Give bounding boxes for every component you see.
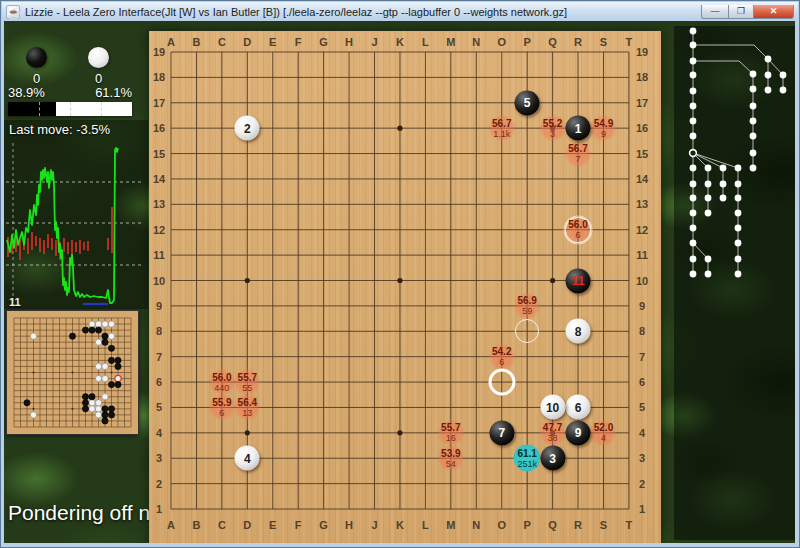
tree-node[interactable] [705, 195, 712, 202]
thumb-stone [82, 400, 88, 406]
coord-col-G: G [319, 519, 328, 531]
thumb-stone [24, 400, 30, 406]
variation-ring-P8[interactable] [515, 319, 539, 343]
winrate-bar-black [8, 102, 56, 116]
coord-col-C: C [218, 36, 226, 48]
coord-row-14: 14 [153, 173, 165, 185]
analysis-D5[interactable]: 56.413 [234, 394, 261, 421]
thumb-stone [30, 412, 36, 418]
variation-tree-panel[interactable] [674, 26, 795, 540]
coord-col-K: K [396, 36, 404, 48]
analysis-O7[interactable]: 54.26 [488, 343, 515, 370]
coord-col-Q: Q [548, 36, 557, 48]
coord-col-T: T [626, 519, 633, 531]
coord-col-D: D [243, 519, 251, 531]
star-point [245, 278, 250, 283]
thumb-stone [89, 321, 95, 327]
winrate-bar [8, 102, 132, 116]
thumb-stone [95, 321, 101, 327]
coord-col-P: P [523, 519, 530, 531]
tree-node[interactable] [690, 72, 697, 79]
go-board[interactable]: AABBCCDDEEFFGGHHJJKKLLMMNNOOPPQQRRSSTT19… [149, 31, 661, 543]
tree-node[interactable] [690, 165, 697, 172]
coord-col-K: K [396, 519, 404, 531]
thumb-stone [108, 406, 114, 412]
last-move-label: Last move: -3.5% [9, 122, 110, 137]
tree-node-current[interactable] [690, 150, 697, 157]
stone-P17[interactable]: 5 [515, 90, 540, 115]
tree-node[interactable] [690, 42, 697, 49]
coord-col-S: S [600, 519, 607, 531]
window-controls: — ❐ ✕ [701, 5, 794, 19]
main-content: 0 0 38.9% 61.1% Last move: -3.5% 11 [4, 21, 795, 543]
coord-row-11: 11 [636, 249, 648, 261]
coord-row-13: 13 [636, 198, 648, 210]
thumb-stone [108, 345, 114, 351]
thumb-stone [82, 406, 88, 412]
tree-node[interactable] [735, 271, 742, 278]
star-point [397, 278, 402, 283]
coord-row-12: 12 [636, 224, 648, 236]
analysis-M3[interactable]: 53.954 [437, 445, 464, 472]
analysis-S4[interactable]: 52.04 [590, 419, 617, 446]
window-title: Lizzie - Leela Zero Interface(Jlt [W] vs… [25, 6, 697, 18]
winrate-tick-75 [101, 102, 102, 116]
thumb-stone [102, 363, 108, 369]
coord-row-2: 2 [639, 478, 645, 490]
coord-row-1: 1 [156, 503, 162, 515]
tree-node[interactable] [690, 210, 697, 217]
coord-row-15: 15 [636, 148, 648, 160]
tree-node[interactable] [750, 133, 757, 140]
tree-node[interactable] [750, 71, 757, 78]
thumb-stone [69, 333, 75, 339]
tree-node[interactable] [780, 72, 787, 79]
coord-col-S: S [600, 36, 607, 48]
thumb-stone [89, 400, 95, 406]
thumb-stone [102, 394, 108, 400]
coord-col-E: E [269, 36, 276, 48]
thumb-stone [95, 363, 101, 369]
thumb-stone [108, 412, 114, 418]
analysis-R15[interactable]: 56.77 [565, 140, 592, 167]
coord-col-M: M [446, 519, 455, 531]
analysis-S16[interactable]: 54.99 [590, 115, 617, 142]
tree-node[interactable] [735, 210, 742, 217]
tree-node[interactable] [750, 150, 757, 157]
coord-row-17: 17 [636, 97, 648, 109]
thumb-stone [102, 321, 108, 327]
coord-col-J: J [371, 36, 377, 48]
minimize-button[interactable]: — [701, 5, 728, 19]
coord-col-N: N [472, 519, 480, 531]
coord-col-F: F [295, 519, 302, 531]
thumb-stone [95, 327, 101, 333]
coord-col-H: H [345, 36, 353, 48]
thumb-stone [102, 375, 108, 381]
stone-R16[interactable]: 1 [566, 116, 591, 141]
coord-col-M: M [446, 36, 455, 48]
coord-row-19: 19 [636, 46, 648, 58]
tree-node[interactable] [690, 271, 697, 278]
coord-row-15: 15 [153, 148, 165, 160]
stone-R10[interactable]: 11 [566, 268, 591, 293]
coord-row-6: 6 [156, 376, 162, 388]
analysis-C5[interactable]: 55.96 [208, 394, 235, 421]
coord-row-1: 1 [639, 503, 645, 515]
coord-row-13: 13 [153, 198, 165, 210]
tree-node[interactable] [735, 256, 742, 263]
coord-col-N: N [472, 36, 480, 48]
coord-row-4: 4 [156, 427, 162, 439]
star-point [397, 126, 402, 131]
coord-row-18: 18 [153, 71, 165, 83]
coord-row-17: 17 [153, 97, 165, 109]
tree-node[interactable] [705, 271, 712, 278]
winrate-tick-50 [70, 102, 71, 116]
white-winrate-label: 61.1% [95, 85, 132, 100]
thumb-stone [82, 394, 88, 400]
black-winrate-label: 38.9% [8, 85, 45, 100]
tree-node[interactable] [735, 195, 742, 202]
tree-node[interactable] [735, 165, 742, 172]
thumb-stone [102, 333, 108, 339]
coord-col-E: E [269, 519, 276, 531]
stone-D3[interactable]: 4 [235, 446, 260, 471]
coord-row-10: 10 [153, 275, 165, 287]
analysis-R12[interactable]: 56.06 [565, 216, 592, 243]
analysis-Q4[interactable]: 47.738 [539, 419, 566, 446]
coord-row-3: 3 [156, 452, 162, 464]
thumbnail-board[interactable] [6, 310, 139, 435]
coord-row-7: 7 [639, 351, 645, 363]
coord-col-P: P [523, 36, 530, 48]
tree-node[interactable] [720, 165, 727, 172]
coord-row-6: 6 [639, 376, 645, 388]
thumb-stone [115, 375, 121, 381]
thumb-stone [95, 339, 101, 345]
coord-col-R: R [574, 519, 582, 531]
coord-row-16: 16 [636, 122, 648, 134]
thumb-stone [108, 357, 114, 363]
tree-node[interactable] [765, 87, 772, 94]
tree-node[interactable] [705, 256, 712, 263]
coord-col-T: T [626, 36, 633, 48]
thumbnail-board-plot [7, 311, 138, 434]
thumb-stone [108, 333, 114, 339]
star-point [550, 278, 555, 283]
tree-node[interactable] [750, 86, 757, 93]
tree-node[interactable] [690, 88, 697, 95]
thumb-stone [95, 406, 101, 412]
winrate-graph[interactable]: 11 [4, 141, 148, 309]
coord-row-3: 3 [639, 452, 645, 464]
thumb-stone [82, 327, 88, 333]
app-icon: ☕ [6, 5, 20, 19]
coord-col-Q: Q [548, 519, 557, 531]
coord-col-D: D [243, 36, 251, 48]
tree-node[interactable] [690, 28, 697, 35]
tree-node[interactable] [765, 56, 772, 63]
tree-node[interactable] [690, 195, 697, 202]
tree-node[interactable] [735, 225, 742, 232]
thumb-stone [115, 382, 121, 388]
black-captures: 0 [26, 71, 47, 86]
white-captures: 0 [88, 71, 109, 86]
star-point [245, 430, 250, 435]
tree-node[interactable] [690, 225, 697, 232]
tree-node[interactable] [720, 195, 727, 202]
tree-node[interactable] [705, 165, 712, 172]
coord-col-J: J [371, 519, 377, 531]
winrate-graph-plot [4, 141, 148, 309]
coord-row-16: 16 [153, 122, 165, 134]
coord-row-8: 8 [156, 325, 162, 337]
tree-node[interactable] [690, 133, 697, 140]
thumb-stone [95, 400, 101, 406]
tree-node[interactable] [735, 240, 742, 247]
thumb-stone [89, 394, 95, 400]
tree-node[interactable] [720, 181, 727, 188]
thumb-stone [95, 375, 101, 381]
coord-col-C: C [218, 519, 226, 531]
coord-col-L: L [422, 519, 429, 531]
coord-col-O: O [497, 519, 506, 531]
coord-row-4: 4 [639, 427, 645, 439]
tree-node[interactable] [690, 103, 697, 110]
thumb-stone [30, 333, 36, 339]
thumb-stone [108, 321, 114, 327]
thumb-stone [89, 406, 95, 412]
stone-R5[interactable]: 6 [566, 395, 591, 420]
winrate-tick-25 [39, 102, 40, 116]
thumb-stone [102, 412, 108, 418]
analysis-P3[interactable]: 61.1251k [514, 445, 541, 472]
coord-col-R: R [574, 36, 582, 48]
tree-node[interactable] [735, 181, 742, 188]
stone-O4[interactable]: 7 [489, 420, 514, 445]
coord-row-10: 10 [636, 275, 648, 287]
tree-node[interactable] [750, 165, 757, 172]
stats-panel: 0 0 38.9% 61.1% Last move: -3.5% 11 [4, 21, 148, 543]
analysis-M4[interactable]: 55.716 [437, 419, 464, 446]
coord-col-O: O [497, 36, 506, 48]
tree-node[interactable] [690, 58, 697, 65]
tree-node[interactable] [765, 72, 772, 79]
stone-D16[interactable]: 2 [235, 116, 260, 141]
coord-row-19: 19 [153, 46, 165, 58]
tree-node[interactable] [690, 181, 697, 188]
maximize-button[interactable]: ❐ [728, 5, 754, 19]
analysis-O16[interactable]: 56.71.1k [488, 115, 515, 142]
last-move-strip: Last move: -3.5% [4, 120, 148, 141]
black-stone-icon [26, 47, 47, 68]
analysis-Q16[interactable]: 55.23 [539, 115, 566, 142]
stone-R8[interactable]: 8 [566, 319, 591, 344]
thumb-stone [115, 363, 121, 369]
white-stone-icon [88, 47, 109, 68]
thumb-stone [89, 327, 95, 333]
coord-row-5: 5 [156, 401, 162, 413]
coord-col-B: B [192, 36, 200, 48]
tree-node[interactable] [750, 103, 757, 110]
tree-node[interactable] [705, 181, 712, 188]
coord-row-9: 9 [156, 300, 162, 312]
coord-col-F: F [295, 36, 302, 48]
coord-row-5: 5 [639, 401, 645, 413]
tree-node[interactable] [690, 240, 697, 247]
coord-row-8: 8 [639, 325, 645, 337]
coord-col-A: A [167, 519, 175, 531]
lizzie-window: ☕ Lizzie - Leela Zero Interface(Jlt [W] … [0, 0, 800, 548]
variation-ring-O6[interactable] [488, 369, 515, 396]
coord-row-14: 14 [636, 173, 648, 185]
coord-row-2: 2 [156, 478, 162, 490]
coord-col-L: L [422, 36, 429, 48]
thumb-stone [102, 339, 108, 345]
coord-row-7: 7 [156, 351, 162, 363]
tree-node[interactable] [705, 210, 712, 217]
analysis-D6[interactable]: 55.755 [234, 369, 261, 396]
tree-node[interactable] [690, 256, 697, 263]
thumb-stone [95, 412, 101, 418]
coord-col-A: A [167, 36, 175, 48]
stone-R4[interactable]: 9 [566, 420, 591, 445]
analysis-P9[interactable]: 56.959 [514, 292, 541, 319]
coord-col-G: G [319, 36, 328, 48]
coord-row-12: 12 [153, 224, 165, 236]
coord-row-9: 9 [639, 300, 645, 312]
thumb-stone [108, 382, 114, 388]
variation-tree-plot [674, 26, 795, 540]
star-point [397, 430, 402, 435]
coord-col-H: H [345, 519, 353, 531]
thumb-stone [102, 406, 108, 412]
coord-col-B: B [192, 519, 200, 531]
tree-node[interactable] [690, 118, 697, 125]
winrate-labels: 38.9% 61.1% [8, 85, 132, 100]
tree-node[interactable] [780, 87, 787, 94]
analysis-C6[interactable]: 56.0440 [208, 369, 235, 396]
tree-node[interactable] [750, 118, 757, 125]
thumb-stone [102, 418, 108, 424]
move-number-label: 11 [9, 296, 21, 308]
stone-Q5[interactable]: 10 [540, 395, 565, 420]
stone-Q3[interactable]: 3 [540, 446, 565, 471]
thumb-stone [115, 357, 121, 363]
title-bar: ☕ Lizzie - Leela Zero Interface(Jlt [W] … [2, 2, 798, 21]
coord-row-18: 18 [636, 71, 648, 83]
close-button[interactable]: ✕ [754, 5, 794, 19]
coord-row-11: 11 [153, 249, 165, 261]
